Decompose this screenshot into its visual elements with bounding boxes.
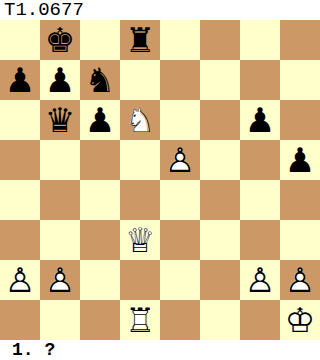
square-h8[interactable]: [280, 20, 320, 60]
piece-white-pawn: ♟♙: [160, 140, 200, 180]
square-a1[interactable]: [0, 300, 40, 340]
piece-black-pawn: ♟: [0, 60, 40, 100]
puzzle-label: T1.0677: [0, 0, 320, 20]
square-f1[interactable]: [200, 300, 240, 340]
square-d7[interactable]: [120, 60, 160, 100]
white-piece-outline: ♕: [120, 220, 160, 260]
square-g4[interactable]: [240, 180, 280, 220]
piece-black-rook: ♜: [120, 20, 160, 60]
piece-white-pawn: ♟♙: [40, 260, 80, 300]
square-e5[interactable]: ♟♙: [160, 140, 200, 180]
square-d3[interactable]: ♛♕: [120, 220, 160, 260]
square-b6[interactable]: ♛: [40, 100, 80, 140]
white-piece-outline: ♙: [280, 260, 320, 300]
square-h1[interactable]: ♚♔: [280, 300, 320, 340]
piece-white-rook: ♜♖: [120, 300, 160, 340]
piece-black-pawn: ♟: [240, 100, 280, 140]
square-g2[interactable]: ♟♙: [240, 260, 280, 300]
piece-black-king: ♚: [40, 20, 80, 60]
square-h6[interactable]: [280, 100, 320, 140]
square-a3[interactable]: [0, 220, 40, 260]
square-b8[interactable]: ♚: [40, 20, 80, 60]
piece-black-knight: ♞: [80, 60, 120, 100]
square-c6[interactable]: ♟: [80, 100, 120, 140]
square-f6[interactable]: [200, 100, 240, 140]
square-c8[interactable]: [80, 20, 120, 60]
square-f2[interactable]: [200, 260, 240, 300]
square-g7[interactable]: [240, 60, 280, 100]
square-a2[interactable]: ♟♙: [0, 260, 40, 300]
square-e4[interactable]: [160, 180, 200, 220]
square-h4[interactable]: [280, 180, 320, 220]
square-g8[interactable]: [240, 20, 280, 60]
square-a7[interactable]: ♟: [0, 60, 40, 100]
square-c1[interactable]: [80, 300, 120, 340]
square-g3[interactable]: [240, 220, 280, 260]
square-e8[interactable]: [160, 20, 200, 60]
square-b1[interactable]: [40, 300, 80, 340]
square-b4[interactable]: [40, 180, 80, 220]
piece-black-pawn: ♟: [280, 140, 320, 180]
square-f5[interactable]: [200, 140, 240, 180]
square-a4[interactable]: [0, 180, 40, 220]
square-b2[interactable]: ♟♙: [40, 260, 80, 300]
square-e3[interactable]: [160, 220, 200, 260]
square-e1[interactable]: [160, 300, 200, 340]
square-d5[interactable]: [120, 140, 160, 180]
piece-white-knight: ♞♘: [120, 100, 160, 140]
square-h7[interactable]: [280, 60, 320, 100]
square-g1[interactable]: [240, 300, 280, 340]
square-a5[interactable]: [0, 140, 40, 180]
square-c3[interactable]: [80, 220, 120, 260]
square-h3[interactable]: [280, 220, 320, 260]
square-c2[interactable]: [80, 260, 120, 300]
square-b7[interactable]: ♟: [40, 60, 80, 100]
square-d6[interactable]: ♞♘: [120, 100, 160, 140]
square-e7[interactable]: [160, 60, 200, 100]
white-piece-outline: ♙: [160, 140, 200, 180]
piece-white-pawn: ♟♙: [0, 260, 40, 300]
piece-white-king: ♚♔: [280, 300, 320, 340]
square-b3[interactable]: [40, 220, 80, 260]
move-prompt: 1. ?: [0, 340, 320, 360]
square-d2[interactable]: [120, 260, 160, 300]
piece-white-queen: ♛♕: [120, 220, 160, 260]
square-d1[interactable]: ♜♖: [120, 300, 160, 340]
square-h2[interactable]: ♟♙: [280, 260, 320, 300]
white-piece-outline: ♙: [40, 260, 80, 300]
square-g5[interactable]: [240, 140, 280, 180]
square-f4[interactable]: [200, 180, 240, 220]
piece-black-pawn: ♟: [80, 100, 120, 140]
chess-puzzle-page: T1.0677 ♚♜♟♟♞♛♟♞♘♟♟♙♟♛♕♟♙♟♙♟♙♟♙♜♖♚♔ 1. ?: [0, 0, 320, 360]
white-piece-outline: ♘: [120, 100, 160, 140]
square-e6[interactable]: [160, 100, 200, 140]
white-piece-outline: ♖: [120, 300, 160, 340]
square-c4[interactable]: [80, 180, 120, 220]
chess-board: ♚♜♟♟♞♛♟♞♘♟♟♙♟♛♕♟♙♟♙♟♙♟♙♜♖♚♔: [0, 20, 320, 340]
piece-white-pawn: ♟♙: [280, 260, 320, 300]
square-g6[interactable]: ♟: [240, 100, 280, 140]
white-piece-outline: ♔: [280, 300, 320, 340]
piece-white-pawn: ♟♙: [240, 260, 280, 300]
square-h5[interactable]: ♟: [280, 140, 320, 180]
white-piece-outline: ♙: [0, 260, 40, 300]
square-d4[interactable]: [120, 180, 160, 220]
piece-black-pawn: ♟: [40, 60, 80, 100]
square-c7[interactable]: ♞: [80, 60, 120, 100]
square-c5[interactable]: [80, 140, 120, 180]
square-d8[interactable]: ♜: [120, 20, 160, 60]
white-piece-outline: ♙: [240, 260, 280, 300]
square-b5[interactable]: [40, 140, 80, 180]
square-e2[interactable]: [160, 260, 200, 300]
piece-black-queen: ♛: [40, 100, 80, 140]
square-f7[interactable]: [200, 60, 240, 100]
square-f3[interactable]: [200, 220, 240, 260]
square-a6[interactable]: [0, 100, 40, 140]
square-f8[interactable]: [200, 20, 240, 60]
square-a8[interactable]: [0, 20, 40, 60]
